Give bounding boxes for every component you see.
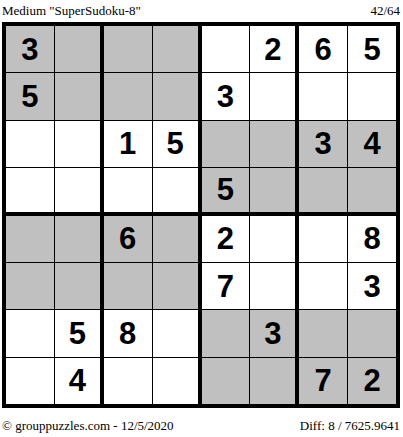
cell-r1c8[interactable]: 5 [348, 26, 396, 72]
cell-r6c5[interactable]: 7 [202, 263, 250, 309]
cell-r2c4[interactable] [153, 73, 201, 119]
cell-r6c2[interactable] [55, 263, 103, 309]
cell-r2c6[interactable] [250, 73, 298, 119]
empty-cell-counter: 42/64 [370, 3, 400, 19]
cell-r5c7[interactable] [299, 216, 347, 262]
cell-r7c6[interactable]: 3 [250, 310, 298, 356]
cell-r8c4[interactable] [153, 358, 201, 404]
cell-r5c3[interactable]: 6 [104, 216, 152, 262]
cell-r8c7[interactable]: 7 [299, 358, 347, 404]
cell-r6c7[interactable] [299, 263, 347, 309]
cell-r6c1[interactable] [6, 263, 54, 309]
cell-r3c1[interactable] [6, 121, 54, 167]
cell-r2c7[interactable] [299, 73, 347, 119]
cell-r7c4[interactable] [153, 310, 201, 356]
cell-r8c2[interactable]: 4 [55, 358, 103, 404]
cell-r8c8[interactable]: 2 [348, 358, 396, 404]
cell-r1c4[interactable] [153, 26, 201, 72]
cell-r3c7[interactable]: 3 [299, 121, 347, 167]
cell-r8c6[interactable] [250, 358, 298, 404]
cell-r1c2[interactable] [55, 26, 103, 72]
cell-r1c1[interactable]: 3 [6, 26, 54, 72]
cell-r4c4[interactable] [153, 168, 201, 214]
cell-r7c1[interactable] [6, 310, 54, 356]
cell-r4c7[interactable] [299, 168, 347, 214]
footer: © grouppuzzles.com - 12/5/2020 Diff: 8 /… [0, 408, 403, 434]
cell-r2c5[interactable]: 3 [202, 73, 250, 119]
cell-r8c1[interactable] [6, 358, 54, 404]
cell-r2c1[interactable]: 5 [6, 73, 54, 119]
cell-r7c2[interactable]: 5 [55, 310, 103, 356]
cell-r5c8[interactable]: 8 [348, 216, 396, 262]
cell-r1c3[interactable] [104, 26, 152, 72]
cell-r1c7[interactable]: 6 [299, 26, 347, 72]
cell-r4c8[interactable] [348, 168, 396, 214]
cell-r8c5[interactable] [202, 358, 250, 404]
sudoku-board: 3265531534562873583472 [2, 22, 400, 408]
cell-r6c4[interactable] [153, 263, 201, 309]
cell-r3c2[interactable] [55, 121, 103, 167]
copyright-text: © grouppuzzles.com - 12/5/2020 [2, 418, 174, 434]
cell-r4c5[interactable]: 5 [202, 168, 250, 214]
cell-r1c6[interactable]: 2 [250, 26, 298, 72]
cell-r7c3[interactable]: 8 [104, 310, 152, 356]
cell-r7c5[interactable] [202, 310, 250, 356]
cell-r5c2[interactable] [55, 216, 103, 262]
puzzle-title: Medium "SuperSudoku-8" [2, 3, 141, 19]
cell-r7c8[interactable] [348, 310, 396, 356]
cell-r3c4[interactable]: 5 [153, 121, 201, 167]
cell-r3c3[interactable]: 1 [104, 121, 152, 167]
cell-r4c1[interactable] [6, 168, 54, 214]
cell-r4c3[interactable] [104, 168, 152, 214]
cell-r8c3[interactable] [104, 358, 152, 404]
cell-r5c1[interactable] [6, 216, 54, 262]
cell-r5c4[interactable] [153, 216, 201, 262]
cell-r5c6[interactable] [250, 216, 298, 262]
cell-r5c5[interactable]: 2 [202, 216, 250, 262]
cell-r7c7[interactable] [299, 310, 347, 356]
cell-r6c6[interactable] [250, 263, 298, 309]
puzzle-page: Medium "SuperSudoku-8" 42/64 32655315345… [0, 0, 403, 437]
cell-r3c6[interactable] [250, 121, 298, 167]
cell-r1c5[interactable] [202, 26, 250, 72]
cell-r3c8[interactable]: 4 [348, 121, 396, 167]
cell-r6c8[interactable]: 3 [348, 263, 396, 309]
header: Medium "SuperSudoku-8" 42/64 [0, 0, 403, 22]
cell-r4c2[interactable] [55, 168, 103, 214]
cell-r2c8[interactable] [348, 73, 396, 119]
cell-r2c2[interactable] [55, 73, 103, 119]
cell-r6c3[interactable] [104, 263, 152, 309]
cell-r4c6[interactable] [250, 168, 298, 214]
cell-r2c3[interactable] [104, 73, 152, 119]
difficulty-text: Diff: 8 / 7625.9641 [300, 418, 400, 434]
cell-r3c5[interactable] [202, 121, 250, 167]
